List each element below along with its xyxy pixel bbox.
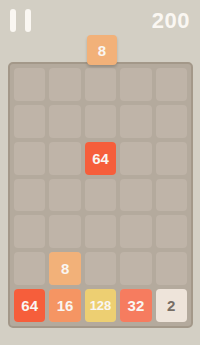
board-cell	[14, 68, 45, 101]
pause-icon	[25, 9, 31, 32]
board-cell	[156, 179, 187, 212]
board-cell: 16	[49, 289, 80, 322]
score-display: 200	[152, 8, 190, 34]
board-cell	[156, 215, 187, 248]
board-cell: 32	[120, 289, 151, 322]
board-cell	[120, 68, 151, 101]
board-cell: 2	[156, 289, 187, 322]
board-cell	[14, 142, 45, 175]
board-cell	[14, 105, 45, 138]
board-cell	[14, 179, 45, 212]
falling-tile[interactable]: 8	[87, 35, 117, 65]
tile-32: 32	[120, 289, 151, 322]
board-cell	[156, 68, 187, 101]
board-cell	[120, 105, 151, 138]
board-cell	[85, 215, 116, 248]
board-cell: 64	[85, 142, 116, 175]
board-cell	[14, 252, 45, 285]
board[interactable]: 6486416128322	[8, 62, 193, 328]
tile-8: 8	[49, 252, 80, 285]
tile-2: 2	[156, 289, 187, 322]
board-cell	[85, 179, 116, 212]
board-cell	[85, 105, 116, 138]
tile-64: 64	[85, 142, 116, 175]
board-cell: 128	[85, 289, 116, 322]
board-cell	[120, 215, 151, 248]
tile-128: 128	[85, 289, 116, 322]
board-cell	[120, 142, 151, 175]
tile-64: 64	[14, 289, 45, 322]
pause-icon	[10, 9, 16, 32]
tile-16: 16	[49, 289, 80, 322]
board-cell	[156, 252, 187, 285]
board-cell: 64	[14, 289, 45, 322]
board-cell	[49, 68, 80, 101]
board-cell	[85, 252, 116, 285]
board-cell	[156, 142, 187, 175]
board-cell	[49, 105, 80, 138]
board-cell	[49, 142, 80, 175]
board-cell	[49, 179, 80, 212]
board-cell	[156, 105, 187, 138]
board-cell	[85, 68, 116, 101]
pause-button[interactable]	[10, 9, 31, 32]
board-cell	[120, 179, 151, 212]
board-cell: 8	[49, 252, 80, 285]
board-cell	[120, 252, 151, 285]
board-cell	[49, 215, 80, 248]
board-cell	[14, 215, 45, 248]
